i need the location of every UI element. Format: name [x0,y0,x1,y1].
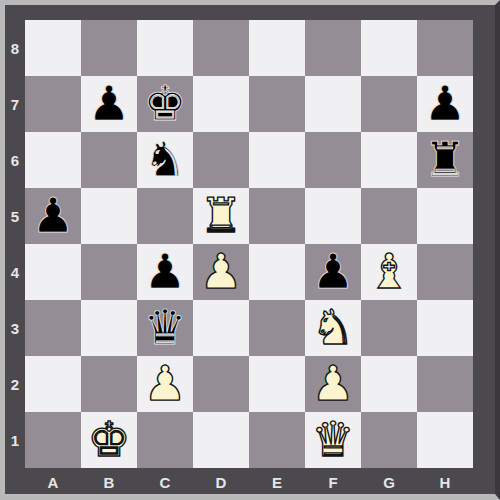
file-label-d: D [193,468,249,494]
piece-white-king-b1[interactable]: ♚ [81,412,137,468]
square-h4[interactable] [417,244,473,300]
square-b6[interactable] [81,132,137,188]
rank-label-5: 5 [5,188,25,244]
piece-white-pawn-f2[interactable]: ♟ [305,356,361,412]
piece-black-pawn-h7[interactable]: ♟ [417,76,473,132]
square-c5[interactable] [137,188,193,244]
square-a3[interactable] [25,300,81,356]
file-label-f: F [305,468,361,494]
rank-label-2: 2 [5,356,25,412]
square-b8[interactable] [81,20,137,76]
square-d1[interactable] [193,412,249,468]
square-c4[interactable]: ♟ [137,244,193,300]
file-label-h: H [417,468,473,494]
square-b5[interactable] [81,188,137,244]
piece-black-pawn-c4[interactable]: ♟ [137,244,193,300]
square-f8[interactable] [305,20,361,76]
piece-white-rook-d5[interactable]: ♜ [193,188,249,244]
rank-label-7: 7 [5,76,25,132]
square-a4[interactable] [25,244,81,300]
square-h5[interactable] [417,188,473,244]
square-a7[interactable] [25,76,81,132]
piece-white-bishop-g4[interactable]: ♝ [361,244,417,300]
square-h3[interactable] [417,300,473,356]
square-d6[interactable] [193,132,249,188]
square-e3[interactable] [249,300,305,356]
piece-white-pawn-d4[interactable]: ♟ [193,244,249,300]
square-c6[interactable]: ♞ [137,132,193,188]
square-e2[interactable] [249,356,305,412]
square-g3[interactable] [361,300,417,356]
square-f5[interactable] [305,188,361,244]
square-e7[interactable] [249,76,305,132]
file-label-g: G [361,468,417,494]
square-a2[interactable] [25,356,81,412]
square-f6[interactable] [305,132,361,188]
square-g7[interactable] [361,76,417,132]
square-c1[interactable] [137,412,193,468]
square-a6[interactable] [25,132,81,188]
square-c2[interactable]: ♟ [137,356,193,412]
square-h8[interactable] [417,20,473,76]
square-c8[interactable] [137,20,193,76]
square-h7[interactable]: ♟ [417,76,473,132]
piece-black-pawn-a5[interactable]: ♟ [25,188,81,244]
square-d7[interactable] [193,76,249,132]
square-g2[interactable] [361,356,417,412]
chess-diagram-window: 87654321 ♟♚♟♞♜♟♜♟♟♟♝♛♞♟♟♚♛ ABCDEFGH [0,0,500,500]
square-b1[interactable]: ♚ [81,412,137,468]
file-label-b: B [81,468,137,494]
square-f2[interactable]: ♟ [305,356,361,412]
piece-black-knight-c6[interactable]: ♞ [137,132,193,188]
square-b7[interactable]: ♟ [81,76,137,132]
square-g1[interactable] [361,412,417,468]
square-h2[interactable] [417,356,473,412]
square-b3[interactable] [81,300,137,356]
square-f3[interactable]: ♞ [305,300,361,356]
square-d3[interactable] [193,300,249,356]
square-b4[interactable] [81,244,137,300]
square-e1[interactable] [249,412,305,468]
square-c7[interactable]: ♚ [137,76,193,132]
square-h6[interactable]: ♜ [417,132,473,188]
rank-label-8: 8 [5,20,25,76]
square-e4[interactable] [249,244,305,300]
square-a8[interactable] [25,20,81,76]
square-e6[interactable] [249,132,305,188]
rank-labels: 87654321 [5,20,25,468]
rank-label-6: 6 [5,132,25,188]
rank-label-3: 3 [5,300,25,356]
piece-white-knight-f3[interactable]: ♞ [305,300,361,356]
square-a1[interactable] [25,412,81,468]
square-d4[interactable]: ♟ [193,244,249,300]
square-g8[interactable] [361,20,417,76]
piece-white-queen-f1[interactable]: ♛ [305,412,361,468]
square-b2[interactable] [81,356,137,412]
file-labels: ABCDEFGH [25,468,473,494]
piece-black-pawn-b7[interactable]: ♟ [81,76,137,132]
piece-black-pawn-f4[interactable]: ♟ [305,244,361,300]
square-e5[interactable] [249,188,305,244]
square-d8[interactable] [193,20,249,76]
square-e8[interactable] [249,20,305,76]
square-g6[interactable] [361,132,417,188]
square-d5[interactable]: ♜ [193,188,249,244]
square-f7[interactable] [305,76,361,132]
rank-label-1: 1 [5,412,25,468]
square-a5[interactable]: ♟ [25,188,81,244]
piece-black-queen-c3[interactable]: ♛ [137,300,193,356]
file-label-e: E [249,468,305,494]
board-frame: 87654321 ♟♚♟♞♜♟♜♟♟♟♝♛♞♟♟♚♛ ABCDEFGH [5,5,495,494]
piece-white-pawn-c2[interactable]: ♟ [137,356,193,412]
rank-label-4: 4 [5,244,25,300]
square-g4[interactable]: ♝ [361,244,417,300]
chess-board: ♟♚♟♞♜♟♜♟♟♟♝♛♞♟♟♚♛ [25,20,473,468]
square-f4[interactable]: ♟ [305,244,361,300]
square-d2[interactable] [193,356,249,412]
piece-black-rook-h6[interactable]: ♜ [417,132,473,188]
square-h1[interactable] [417,412,473,468]
square-f1[interactable]: ♛ [305,412,361,468]
file-label-a: A [25,468,81,494]
file-label-c: C [137,468,193,494]
piece-black-king-c7[interactable]: ♚ [137,76,193,132]
square-g5[interactable] [361,188,417,244]
square-c3[interactable]: ♛ [137,300,193,356]
